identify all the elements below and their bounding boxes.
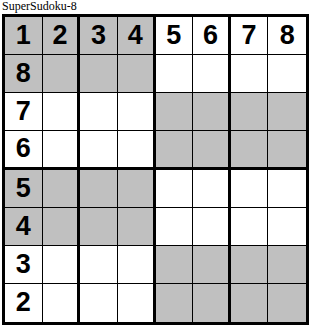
cell-r4c7-empty[interactable] bbox=[231, 131, 269, 169]
cell-r4c8-empty[interactable] bbox=[268, 131, 306, 169]
cell-r1c3-given-3: 3 bbox=[80, 17, 118, 55]
cell-r2c6-empty[interactable] bbox=[193, 55, 231, 93]
cell-r7c7-empty[interactable] bbox=[231, 246, 269, 284]
cell-r1c6-given-6: 6 bbox=[193, 17, 231, 55]
cell-r8c1-given-2: 2 bbox=[5, 284, 43, 322]
cell-r1c2-given-2: 2 bbox=[43, 17, 81, 55]
cell-r2c5-empty[interactable] bbox=[156, 55, 194, 93]
cell-r4c2-empty[interactable] bbox=[43, 131, 81, 169]
cell-r8c3-empty[interactable] bbox=[80, 284, 118, 322]
cell-r3c6-empty[interactable] bbox=[193, 93, 231, 131]
cell-r6c8-empty[interactable] bbox=[268, 208, 306, 246]
cell-r5c7-empty[interactable] bbox=[231, 170, 269, 208]
cell-r4c5-empty[interactable] bbox=[156, 131, 194, 169]
cell-r5c3-empty[interactable] bbox=[80, 170, 118, 208]
sudoku-grid: 123456788765432 bbox=[2, 14, 309, 325]
cell-r4c4-empty[interactable] bbox=[118, 131, 156, 169]
cell-r6c7-empty[interactable] bbox=[231, 208, 269, 246]
cell-r7c8-empty[interactable] bbox=[268, 246, 306, 284]
cell-r5c2-empty[interactable] bbox=[43, 170, 81, 208]
cell-r1c4-given-4: 4 bbox=[118, 17, 156, 55]
cell-r2c2-empty[interactable] bbox=[43, 55, 81, 93]
cell-r7c2-empty[interactable] bbox=[43, 246, 81, 284]
cell-r2c1-given-8: 8 bbox=[5, 55, 43, 93]
cell-r3c2-empty[interactable] bbox=[43, 93, 81, 131]
cell-r7c4-empty[interactable] bbox=[118, 246, 156, 284]
cell-r7c6-empty[interactable] bbox=[193, 246, 231, 284]
cell-r3c4-empty[interactable] bbox=[118, 93, 156, 131]
cell-r2c7-empty[interactable] bbox=[231, 55, 269, 93]
cell-r8c2-empty[interactable] bbox=[43, 284, 81, 322]
cell-r2c3-empty[interactable] bbox=[80, 55, 118, 93]
cell-r1c8-given-8: 8 bbox=[268, 17, 306, 55]
cell-r8c4-empty[interactable] bbox=[118, 284, 156, 322]
cell-r8c6-empty[interactable] bbox=[193, 284, 231, 322]
cell-r2c4-empty[interactable] bbox=[118, 55, 156, 93]
cell-r5c8-empty[interactable] bbox=[268, 170, 306, 208]
cell-r1c1-given-1: 1 bbox=[5, 17, 43, 55]
cell-r6c3-empty[interactable] bbox=[80, 208, 118, 246]
cell-r6c2-empty[interactable] bbox=[43, 208, 81, 246]
cell-r6c4-empty[interactable] bbox=[118, 208, 156, 246]
cell-r4c3-empty[interactable] bbox=[80, 131, 118, 169]
cell-r8c5-empty[interactable] bbox=[156, 284, 194, 322]
cell-r8c7-empty[interactable] bbox=[231, 284, 269, 322]
cell-r6c5-empty[interactable] bbox=[156, 208, 194, 246]
cell-r8c8-empty[interactable] bbox=[268, 284, 306, 322]
cell-r4c1-given-6: 6 bbox=[5, 131, 43, 169]
cell-r6c6-empty[interactable] bbox=[193, 208, 231, 246]
cell-r3c3-empty[interactable] bbox=[80, 93, 118, 131]
cell-r5c1-given-5: 5 bbox=[5, 170, 43, 208]
cell-r5c5-empty[interactable] bbox=[156, 170, 194, 208]
cell-r7c3-empty[interactable] bbox=[80, 246, 118, 284]
cell-r5c6-empty[interactable] bbox=[193, 170, 231, 208]
cell-r3c7-empty[interactable] bbox=[231, 93, 269, 131]
cell-r7c5-empty[interactable] bbox=[156, 246, 194, 284]
cell-r3c1-given-7: 7 bbox=[5, 93, 43, 131]
cell-r3c5-empty[interactable] bbox=[156, 93, 194, 131]
cell-r5c4-empty[interactable] bbox=[118, 170, 156, 208]
cell-r7c1-given-3: 3 bbox=[5, 246, 43, 284]
cell-r6c1-given-4: 4 bbox=[5, 208, 43, 246]
cell-r1c7-given-7: 7 bbox=[231, 17, 269, 55]
cell-r4c6-empty[interactable] bbox=[193, 131, 231, 169]
cell-r1c5-given-5: 5 bbox=[156, 17, 194, 55]
puzzle-title: SuperSudoku-8 bbox=[2, 0, 77, 13]
cell-r3c8-empty[interactable] bbox=[268, 93, 306, 131]
cell-r2c8-empty[interactable] bbox=[268, 55, 306, 93]
